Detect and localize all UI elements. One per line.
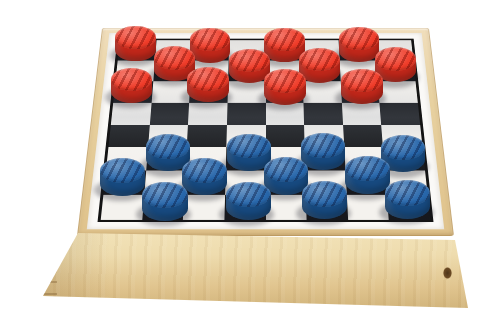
piece-top xyxy=(100,158,144,183)
piece-top xyxy=(182,158,226,183)
piece-top xyxy=(375,47,416,70)
piece-top xyxy=(301,133,345,158)
checker-red[interactable] xyxy=(111,68,153,103)
checker-red[interactable] xyxy=(187,67,229,102)
board-square[interactable] xyxy=(187,125,227,148)
checker-blue[interactable] xyxy=(345,156,389,194)
piece-top xyxy=(264,69,306,93)
piece-top xyxy=(226,182,271,208)
piece-top xyxy=(142,182,187,208)
checker-red[interactable] xyxy=(190,28,231,62)
board-square[interactable] xyxy=(266,125,305,148)
piece-top xyxy=(264,157,308,182)
checker-red[interactable] xyxy=(264,69,306,104)
piece-top xyxy=(302,181,347,207)
checker-red[interactable] xyxy=(115,26,156,60)
wood-knot xyxy=(443,267,452,279)
checker-red[interactable] xyxy=(339,27,380,61)
checker-blue[interactable] xyxy=(226,182,271,220)
checker-blue[interactable] xyxy=(100,158,144,196)
board-square[interactable] xyxy=(108,125,149,148)
finger-joint-marks xyxy=(42,257,57,295)
piece-top xyxy=(146,134,190,159)
checker-blue[interactable] xyxy=(302,181,347,219)
board-square[interactable] xyxy=(304,103,343,125)
checker-blue[interactable] xyxy=(182,158,226,196)
board-square[interactable] xyxy=(380,103,420,125)
board-square[interactable] xyxy=(343,125,383,148)
piece-top xyxy=(227,134,271,159)
piece-top xyxy=(187,67,229,91)
photo-scene xyxy=(0,0,500,318)
checker-blue[interactable] xyxy=(142,182,187,220)
box-front-face xyxy=(40,230,470,312)
piece-top xyxy=(385,180,430,206)
board-square[interactable] xyxy=(227,103,266,125)
piece-top xyxy=(341,69,383,93)
checker-blue[interactable] xyxy=(385,180,430,218)
checker-red[interactable] xyxy=(341,69,383,104)
board-square[interactable] xyxy=(150,103,190,125)
piece-top xyxy=(115,26,156,49)
